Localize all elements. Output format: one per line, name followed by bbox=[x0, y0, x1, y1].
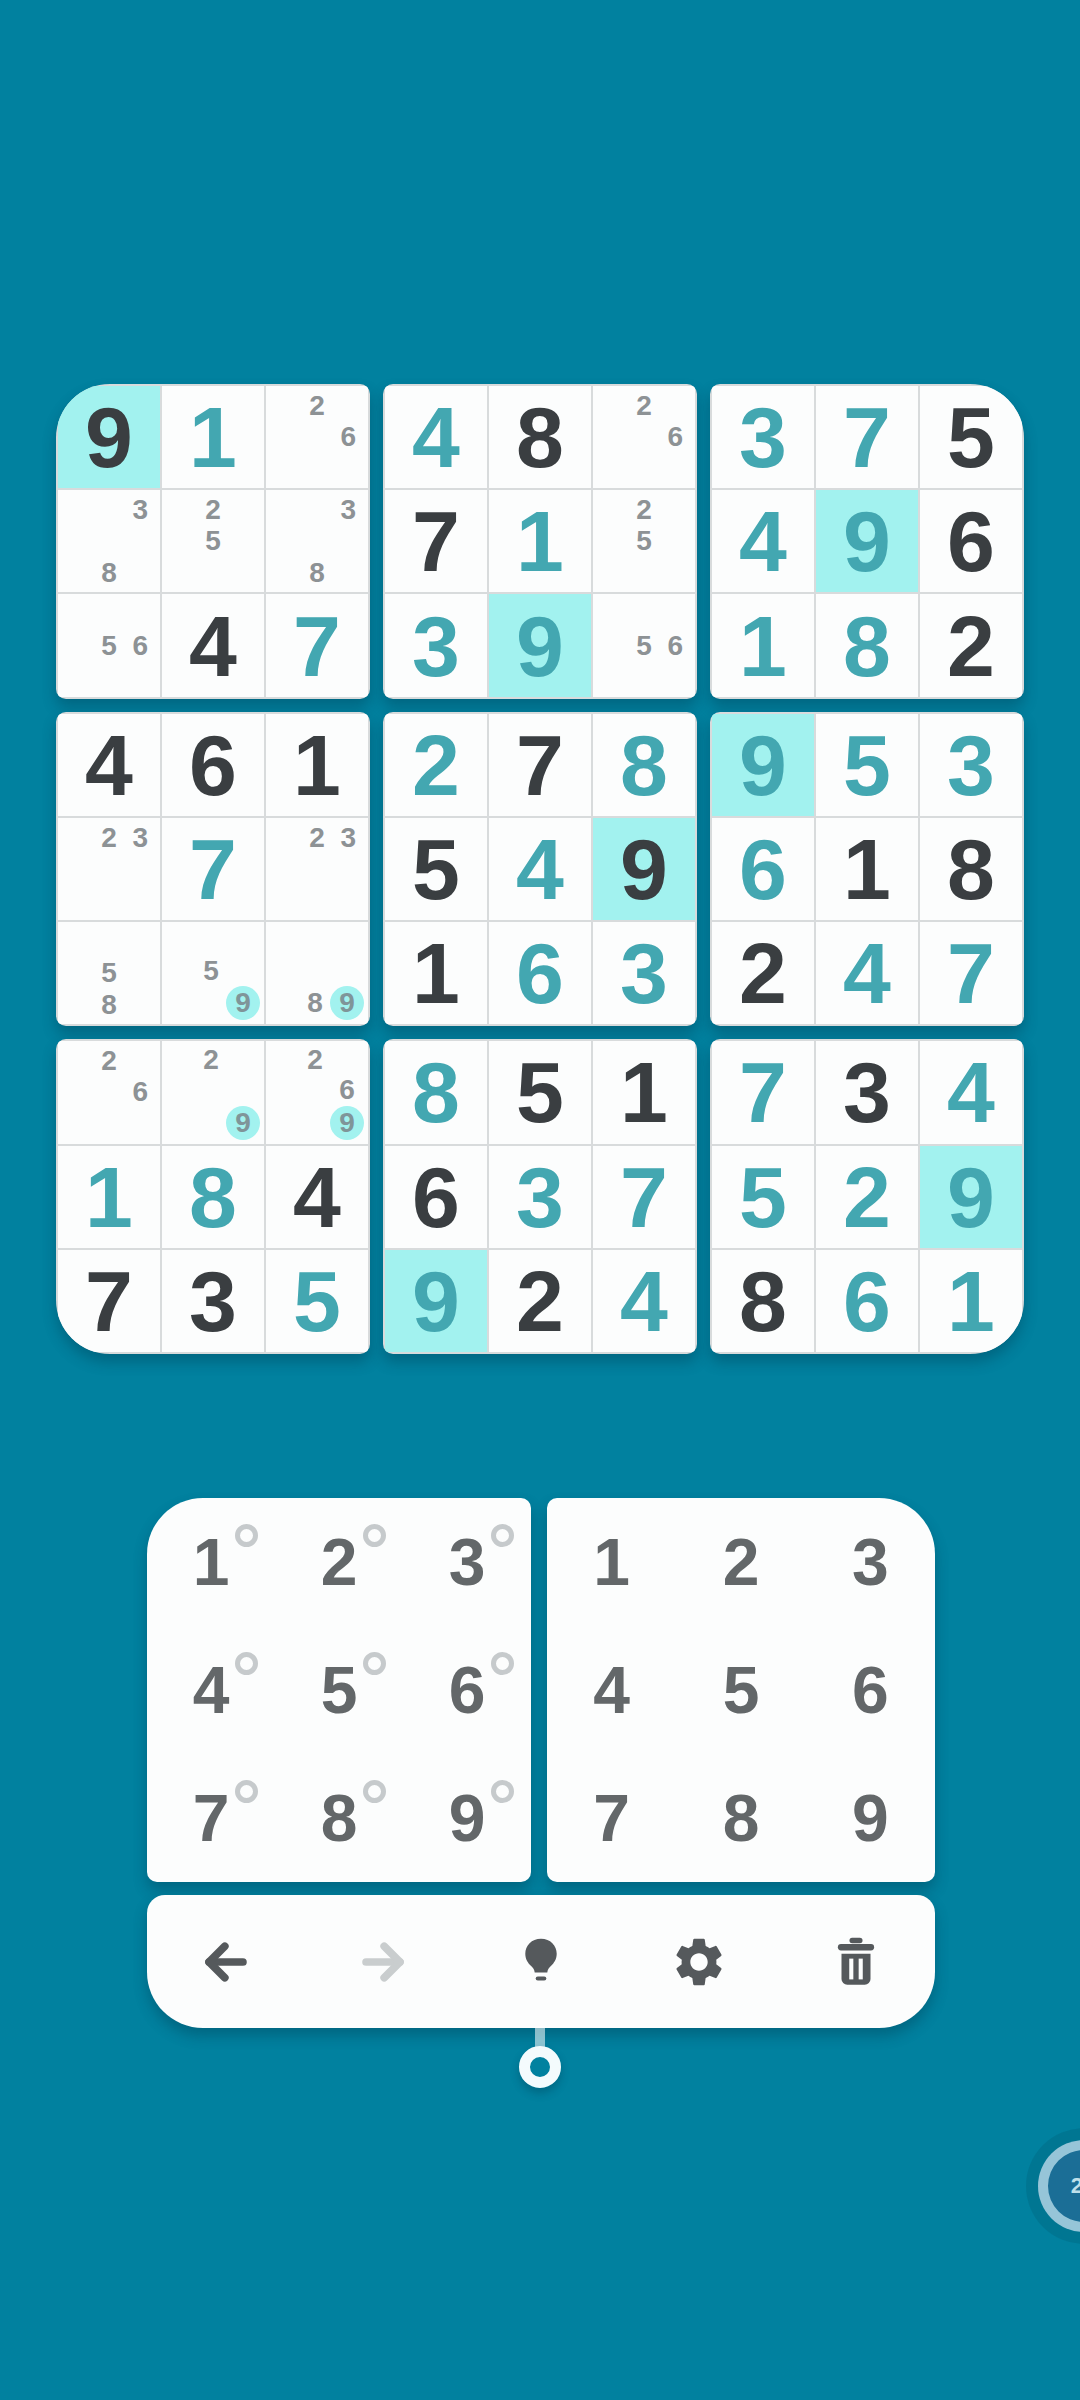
cell-r2c6[interactable]: 25 bbox=[593, 490, 695, 592]
entered-digit: 1 bbox=[947, 1258, 995, 1344]
given-digit: 7 bbox=[516, 722, 564, 808]
cell-r8c9[interactable]: 9 bbox=[920, 1146, 1022, 1248]
entered-digit: 4 bbox=[739, 498, 787, 584]
entered-digit: 8 bbox=[189, 1154, 237, 1240]
given-digit: 8 bbox=[516, 394, 564, 480]
pad-digit: 4 bbox=[193, 1657, 230, 1723]
pencil-digit: 2 bbox=[307, 1046, 323, 1074]
pencil-marks: 58 bbox=[62, 926, 156, 1020]
pencil-digit: 2 bbox=[636, 392, 652, 420]
pad-digit: 5 bbox=[723, 1657, 760, 1723]
box-2: 482671253956 bbox=[383, 384, 697, 699]
notes-ring-icon bbox=[491, 1524, 514, 1547]
cell-r5c1[interactable]: 23 bbox=[58, 818, 160, 920]
cell-r4c3[interactable]: 1 bbox=[266, 714, 368, 816]
notes-ring-icon bbox=[235, 1524, 258, 1547]
cell-r7c1[interactable]: 26 bbox=[58, 1041, 160, 1143]
pencil-digit: 8 bbox=[101, 991, 117, 1019]
box-4: 46123723585989 bbox=[56, 712, 370, 1027]
cell-r2c9[interactable]: 6 bbox=[920, 490, 1022, 592]
pad-digit: 1 bbox=[193, 1529, 230, 1595]
entered-digit: 1 bbox=[739, 603, 787, 689]
entered-digit: 8 bbox=[843, 603, 891, 689]
pencil-digit: 8 bbox=[101, 559, 117, 587]
box-3: 375496182 bbox=[710, 384, 1024, 699]
cell-r9c9[interactable]: 1 bbox=[920, 1250, 1022, 1352]
pencil-marks: 269 bbox=[270, 1045, 364, 1139]
pencil-digit: 6 bbox=[133, 632, 149, 660]
pencil-digit: 2 bbox=[309, 824, 325, 852]
cell-r4c1[interactable]: 4 bbox=[58, 714, 160, 816]
cell-r7c9[interactable]: 4 bbox=[920, 1041, 1022, 1143]
pencil-digit: 3 bbox=[133, 824, 149, 852]
pencil-digit: 3 bbox=[341, 824, 357, 852]
cell-r9c6[interactable]: 4 bbox=[593, 1250, 695, 1352]
notes-number-pad: 123456789 bbox=[147, 1498, 531, 1882]
pencil-digit: 6 bbox=[339, 1076, 355, 1104]
erase-button[interactable] bbox=[825, 1931, 887, 1993]
entered-digit: 5 bbox=[843, 722, 891, 808]
entered-digit: 5 bbox=[739, 1154, 787, 1240]
cell-r2c1[interactable]: 38 bbox=[58, 490, 160, 592]
entered-digit: 9 bbox=[739, 722, 787, 808]
cell-r6c3[interactable]: 89 bbox=[266, 922, 368, 1024]
sudoku-app-screen: { "game": "sudoku", "selected_digit": 9,… bbox=[0, 0, 1080, 2400]
pencil-digit: 5 bbox=[205, 527, 221, 555]
notes-key-1[interactable]: 1 bbox=[147, 1498, 275, 1626]
screen-overlay-badge[interactable]: 22 bbox=[1038, 2140, 1080, 2232]
pencil-marks: 25 bbox=[597, 494, 691, 588]
cell-r9c5[interactable]: 2 bbox=[489, 1250, 591, 1352]
cell-r1c8[interactable]: 7 bbox=[816, 386, 918, 488]
cell-r5c5[interactable]: 4 bbox=[489, 818, 591, 920]
given-digit: 2 bbox=[516, 1258, 564, 1344]
cell-r6c1[interactable]: 58 bbox=[58, 922, 160, 1024]
cell-r9c3[interactable]: 5 bbox=[266, 1250, 368, 1352]
cell-r6c4[interactable]: 1 bbox=[385, 922, 487, 1024]
pad-digit: 7 bbox=[193, 1785, 230, 1851]
cell-r5c4[interactable]: 5 bbox=[385, 818, 487, 920]
undo-button[interactable] bbox=[195, 1931, 257, 1993]
cell-r9c7[interactable]: 8 bbox=[712, 1250, 814, 1352]
number-key-3[interactable]: 3 bbox=[806, 1498, 935, 1626]
toolbar bbox=[147, 1895, 935, 2028]
overlay-badge-text: 22 bbox=[1071, 2173, 1080, 2199]
pencil-marks: 56 bbox=[62, 598, 156, 692]
drag-handle[interactable] bbox=[519, 2046, 561, 2088]
pencil-digit-highlighted: 9 bbox=[226, 986, 260, 1020]
notes-key-2[interactable]: 2 bbox=[275, 1498, 403, 1626]
pencil-digit: 6 bbox=[341, 423, 357, 451]
given-digit: 5 bbox=[516, 1049, 564, 1135]
entered-digit: 3 bbox=[516, 1154, 564, 1240]
entered-digit: 7 bbox=[739, 1049, 787, 1135]
cell-r5c6[interactable]: 9 bbox=[593, 818, 695, 920]
entered-digit: 4 bbox=[843, 930, 891, 1016]
cell-r5c7[interactable]: 6 bbox=[712, 818, 814, 920]
entered-digit: 4 bbox=[516, 826, 564, 912]
entered-digit: 3 bbox=[412, 603, 460, 689]
cell-r1c6[interactable]: 26 bbox=[593, 386, 695, 488]
normal-number-pad: 123456789 bbox=[547, 1498, 935, 1882]
cell-r6c6[interactable]: 3 bbox=[593, 922, 695, 1024]
pad-digit: 8 bbox=[321, 1785, 358, 1851]
cell-r1c4[interactable]: 4 bbox=[385, 386, 487, 488]
trash-icon bbox=[827, 1933, 885, 1991]
cell-r8c1[interactable]: 1 bbox=[58, 1146, 160, 1248]
given-digit: 7 bbox=[412, 498, 460, 584]
cell-r8c7[interactable]: 5 bbox=[712, 1146, 814, 1248]
box-1: 91263825385647 bbox=[56, 384, 370, 699]
box-9: 734529861 bbox=[710, 1039, 1024, 1354]
cell-r4c8[interactable]: 5 bbox=[816, 714, 918, 816]
given-digit: 1 bbox=[293, 722, 341, 808]
entered-digit: 7 bbox=[189, 826, 237, 912]
notes-ring-icon bbox=[491, 1780, 514, 1803]
cell-r1c5[interactable]: 8 bbox=[489, 386, 591, 488]
given-digit: 2 bbox=[739, 930, 787, 1016]
notes-key-6[interactable]: 6 bbox=[403, 1626, 531, 1754]
box-7: 2629269184735 bbox=[56, 1039, 370, 1354]
box-6: 953618247 bbox=[710, 712, 1024, 1027]
number-key-8[interactable]: 8 bbox=[676, 1754, 805, 1882]
pad-digit: 6 bbox=[449, 1657, 486, 1723]
pencil-digit: 8 bbox=[309, 559, 325, 587]
entered-digit: 5 bbox=[293, 1258, 341, 1344]
pencil-marks: 38 bbox=[62, 494, 156, 588]
cell-r6c5[interactable]: 6 bbox=[489, 922, 591, 1024]
cell-r3c6[interactable]: 56 bbox=[593, 594, 695, 696]
box-8: 851637924 bbox=[383, 1039, 697, 1354]
entered-digit: 7 bbox=[620, 1154, 668, 1240]
entered-digit: 6 bbox=[843, 1258, 891, 1344]
cell-r7c7[interactable]: 7 bbox=[712, 1041, 814, 1143]
cell-r7c5[interactable]: 5 bbox=[489, 1041, 591, 1143]
number-key-2[interactable]: 2 bbox=[676, 1498, 805, 1626]
entered-digit: 9 bbox=[843, 498, 891, 584]
entered-digit: 3 bbox=[620, 930, 668, 1016]
cell-r6c2[interactable]: 59 bbox=[162, 922, 264, 1024]
given-digit: 6 bbox=[189, 722, 237, 808]
pencil-digit: 6 bbox=[668, 632, 684, 660]
given-digit: 7 bbox=[85, 1258, 133, 1344]
entered-digit: 9 bbox=[947, 1154, 995, 1240]
cell-r9c2[interactable]: 3 bbox=[162, 1250, 264, 1352]
cell-r5c2[interactable]: 7 bbox=[162, 818, 264, 920]
entered-digit: 1 bbox=[85, 1154, 133, 1240]
cell-r4c4[interactable]: 2 bbox=[385, 714, 487, 816]
cell-r4c6[interactable]: 8 bbox=[593, 714, 695, 816]
pencil-digit: 2 bbox=[101, 1047, 117, 1075]
pencil-digit: 2 bbox=[205, 496, 221, 524]
redo-arrow-icon bbox=[354, 1933, 412, 1991]
pencil-digit-highlighted: 9 bbox=[330, 1106, 364, 1140]
cell-r3c8[interactable]: 8 bbox=[816, 594, 918, 696]
pad-digit: 2 bbox=[723, 1529, 760, 1595]
notes-ring-icon bbox=[235, 1652, 258, 1675]
cell-r7c8[interactable]: 3 bbox=[816, 1041, 918, 1143]
cell-r5c3[interactable]: 23 bbox=[266, 818, 368, 920]
pencil-digit: 6 bbox=[668, 423, 684, 451]
cell-r9c1[interactable]: 7 bbox=[58, 1250, 160, 1352]
cell-r4c7[interactable]: 9 bbox=[712, 714, 814, 816]
cell-r8c4[interactable]: 6 bbox=[385, 1146, 487, 1248]
given-digit: 9 bbox=[85, 394, 133, 480]
given-digit: 3 bbox=[843, 1049, 891, 1135]
entered-digit: 7 bbox=[947, 930, 995, 1016]
pencil-digit: 5 bbox=[101, 959, 117, 987]
entered-digit: 9 bbox=[412, 1258, 460, 1344]
given-digit: 6 bbox=[412, 1154, 460, 1240]
pad-digit: 1 bbox=[593, 1529, 630, 1595]
cell-r7c3[interactable]: 269 bbox=[266, 1041, 368, 1143]
given-digit: 8 bbox=[947, 826, 995, 912]
cell-r3c1[interactable]: 56 bbox=[58, 594, 160, 696]
cell-r3c7[interactable]: 1 bbox=[712, 594, 814, 696]
pencil-digit: 5 bbox=[636, 632, 652, 660]
pencil-digit: 3 bbox=[341, 496, 357, 524]
given-digit: 8 bbox=[739, 1258, 787, 1344]
entered-digit: 1 bbox=[189, 394, 237, 480]
number-key-4[interactable]: 4 bbox=[547, 1626, 676, 1754]
cell-r6c8[interactable]: 4 bbox=[816, 922, 918, 1024]
entered-digit: 3 bbox=[947, 722, 995, 808]
entered-digit: 8 bbox=[412, 1049, 460, 1135]
given-digit: 4 bbox=[189, 603, 237, 689]
pencil-digit: 5 bbox=[203, 957, 219, 985]
pencil-digit: 2 bbox=[203, 1046, 219, 1074]
given-digit: 1 bbox=[843, 826, 891, 912]
entered-digit: 6 bbox=[739, 826, 787, 912]
notes-key-3[interactable]: 3 bbox=[403, 1498, 531, 1626]
pencil-digit: 2 bbox=[636, 496, 652, 524]
given-digit: 9 bbox=[620, 826, 668, 912]
cell-r9c4[interactable]: 9 bbox=[385, 1250, 487, 1352]
sudoku-board: 9126382538564748267125395637549618246123… bbox=[56, 384, 1024, 1354]
notes-key-8[interactable]: 8 bbox=[275, 1754, 403, 1882]
given-digit: 3 bbox=[189, 1258, 237, 1344]
given-digit: 1 bbox=[620, 1049, 668, 1135]
pad-digit: 5 bbox=[321, 1657, 358, 1723]
pencil-marks: 26 bbox=[597, 390, 691, 484]
pad-digit: 6 bbox=[852, 1657, 889, 1723]
cell-r3c5[interactable]: 9 bbox=[489, 594, 591, 696]
number-key-5[interactable]: 5 bbox=[676, 1626, 805, 1754]
pencil-marks: 23 bbox=[270, 822, 364, 916]
notes-key-9[interactable]: 9 bbox=[403, 1754, 531, 1882]
pad-digit: 8 bbox=[723, 1785, 760, 1851]
cell-r2c4[interactable]: 7 bbox=[385, 490, 487, 592]
cell-r2c3[interactable]: 38 bbox=[266, 490, 368, 592]
number-key-7[interactable]: 7 bbox=[547, 1754, 676, 1882]
pencil-marks: 23 bbox=[62, 822, 156, 916]
cell-r3c3[interactable]: 7 bbox=[266, 594, 368, 696]
cell-r8c2[interactable]: 8 bbox=[162, 1146, 264, 1248]
cell-r6c9[interactable]: 7 bbox=[920, 922, 1022, 1024]
entered-digit: 7 bbox=[843, 394, 891, 480]
cell-r2c8[interactable]: 9 bbox=[816, 490, 918, 592]
pencil-digit-highlighted: 9 bbox=[330, 986, 364, 1020]
pad-digit: 3 bbox=[852, 1529, 889, 1595]
cell-r5c9[interactable]: 8 bbox=[920, 818, 1022, 920]
cell-r1c2[interactable]: 1 bbox=[162, 386, 264, 488]
pad-digit: 2 bbox=[321, 1529, 358, 1595]
undo-arrow-icon bbox=[197, 1933, 255, 1991]
box-5: 278549163 bbox=[383, 712, 697, 1027]
cell-r8c5[interactable]: 3 bbox=[489, 1146, 591, 1248]
pencil-digit: 6 bbox=[133, 1078, 149, 1106]
cell-r4c9[interactable]: 3 bbox=[920, 714, 1022, 816]
hint-button[interactable] bbox=[510, 1931, 572, 1993]
given-digit: 4 bbox=[85, 722, 133, 808]
notes-key-4[interactable]: 4 bbox=[147, 1626, 275, 1754]
cell-r7c4[interactable]: 8 bbox=[385, 1041, 487, 1143]
gear-icon bbox=[670, 1933, 728, 1991]
given-digit: 2 bbox=[947, 603, 995, 689]
entered-digit: 2 bbox=[412, 722, 460, 808]
pad-digit: 3 bbox=[449, 1529, 486, 1595]
entered-digit: 3 bbox=[739, 394, 787, 480]
cell-r8c6[interactable]: 7 bbox=[593, 1146, 695, 1248]
entered-digit: 7 bbox=[293, 603, 341, 689]
cell-r8c8[interactable]: 2 bbox=[816, 1146, 918, 1248]
pencil-digit: 5 bbox=[636, 527, 652, 555]
pad-digit: 9 bbox=[852, 1785, 889, 1851]
entered-digit: 6 bbox=[516, 930, 564, 1016]
given-digit: 1 bbox=[412, 930, 460, 1016]
cell-r1c3[interactable]: 26 bbox=[266, 386, 368, 488]
pencil-digit: 2 bbox=[309, 392, 325, 420]
entered-digit: 9 bbox=[516, 603, 564, 689]
cell-r5c8[interactable]: 1 bbox=[816, 818, 918, 920]
notes-ring-icon bbox=[235, 1780, 258, 1803]
pencil-digit-highlighted: 9 bbox=[226, 1106, 260, 1140]
entered-digit: 8 bbox=[620, 722, 668, 808]
cell-r7c6[interactable]: 1 bbox=[593, 1041, 695, 1143]
pencil-marks: 56 bbox=[597, 598, 691, 692]
pencil-marks: 38 bbox=[270, 494, 364, 588]
pencil-marks: 59 bbox=[166, 926, 260, 1020]
cell-r3c9[interactable]: 2 bbox=[920, 594, 1022, 696]
cell-r4c2[interactable]: 6 bbox=[162, 714, 264, 816]
lightbulb-icon bbox=[512, 1933, 570, 1991]
given-digit: 5 bbox=[947, 394, 995, 480]
entered-digit: 4 bbox=[947, 1049, 995, 1135]
settings-button[interactable] bbox=[668, 1931, 730, 1993]
notes-key-5[interactable]: 5 bbox=[275, 1626, 403, 1754]
cell-r4c5[interactable]: 7 bbox=[489, 714, 591, 816]
cell-r2c7[interactable]: 4 bbox=[712, 490, 814, 592]
notes-ring-icon bbox=[491, 1652, 514, 1675]
cell-r9c8[interactable]: 6 bbox=[816, 1250, 918, 1352]
pencil-marks: 26 bbox=[62, 1045, 156, 1139]
redo-button[interactable] bbox=[352, 1931, 414, 1993]
notes-ring-icon bbox=[363, 1652, 386, 1675]
cell-r1c1[interactable]: 9 bbox=[58, 386, 160, 488]
pencil-marks: 29 bbox=[166, 1045, 260, 1139]
number-key-6[interactable]: 6 bbox=[806, 1626, 935, 1754]
pencil-digit: 2 bbox=[101, 824, 117, 852]
pencil-digit: 8 bbox=[307, 989, 323, 1017]
cell-r2c5[interactable]: 1 bbox=[489, 490, 591, 592]
entered-digit: 4 bbox=[412, 394, 460, 480]
pad-digit: 4 bbox=[593, 1657, 630, 1723]
cell-r3c4[interactable]: 3 bbox=[385, 594, 487, 696]
notes-ring-icon bbox=[363, 1780, 386, 1803]
pad-digit: 7 bbox=[593, 1785, 630, 1851]
entered-digit: 1 bbox=[516, 498, 564, 584]
pencil-marks: 89 bbox=[270, 926, 364, 1020]
given-digit: 6 bbox=[947, 498, 995, 584]
cell-r3c2[interactable]: 4 bbox=[162, 594, 264, 696]
pencil-digit: 3 bbox=[133, 496, 149, 524]
notes-key-7[interactable]: 7 bbox=[147, 1754, 275, 1882]
number-key-1[interactable]: 1 bbox=[547, 1498, 676, 1626]
entered-digit: 2 bbox=[843, 1154, 891, 1240]
notes-ring-icon bbox=[363, 1524, 386, 1547]
pencil-marks: 26 bbox=[270, 390, 364, 484]
cell-r1c7[interactable]: 3 bbox=[712, 386, 814, 488]
entered-digit: 4 bbox=[620, 1258, 668, 1344]
cell-r2c2[interactable]: 25 bbox=[162, 490, 264, 592]
pencil-digit: 5 bbox=[101, 632, 117, 660]
pad-digit: 9 bbox=[449, 1785, 486, 1851]
number-key-9[interactable]: 9 bbox=[806, 1754, 935, 1882]
cell-r7c2[interactable]: 29 bbox=[162, 1041, 264, 1143]
given-digit: 5 bbox=[412, 826, 460, 912]
cell-r8c3[interactable]: 4 bbox=[266, 1146, 368, 1248]
cell-r6c7[interactable]: 2 bbox=[712, 922, 814, 1024]
pencil-marks: 25 bbox=[166, 494, 260, 588]
cell-r1c9[interactable]: 5 bbox=[920, 386, 1022, 488]
given-digit: 4 bbox=[293, 1154, 341, 1240]
